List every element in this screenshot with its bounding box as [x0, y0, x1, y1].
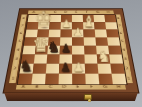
- square-h6[interactable]: [106, 30, 119, 38]
- square-g7[interactable]: [94, 22, 106, 29]
- square-h2[interactable]: [110, 64, 124, 74]
- square-h5[interactable]: [107, 37, 120, 45]
- board-front-edge: [3, 93, 139, 101]
- square-d7[interactable]: ♟: [61, 22, 72, 29]
- square-f4[interactable]: [84, 46, 97, 55]
- coord-label-D: D: [60, 11, 71, 14]
- square-c1[interactable]: [45, 74, 59, 85]
- square-g5[interactable]: [95, 37, 108, 45]
- square-f6[interactable]: [83, 30, 95, 38]
- square-e2[interactable]: ♟: [72, 64, 85, 74]
- white-pawn-e2[interactable]: ♟: [73, 62, 84, 74]
- square-f7[interactable]: ♝: [83, 22, 95, 29]
- chess-board: ABCDEFGH ABCDEFGH 87654321 87654321 ♚♟♝♟…: [2, 8, 139, 93]
- square-b1[interactable]: [31, 74, 45, 85]
- board-grid: ♚♟♝♟♛♞♟♞♞♟♟: [17, 15, 128, 86]
- white-pawn-e6[interactable]: ♟: [73, 27, 83, 38]
- black-knight-a2[interactable]: ♞: [19, 58, 33, 73]
- clasp-knob-icon: [88, 99, 91, 102]
- square-h7[interactable]: [105, 22, 117, 29]
- square-f1[interactable]: [85, 74, 99, 85]
- square-b3[interactable]: [34, 54, 47, 63]
- square-d4[interactable]: ♟: [60, 46, 72, 55]
- coord-label-E: E: [71, 11, 82, 14]
- square-d6[interactable]: [60, 30, 72, 38]
- square-a2[interactable]: ♞: [20, 64, 34, 74]
- square-e1[interactable]: [72, 74, 86, 85]
- square-h3[interactable]: [109, 54, 123, 63]
- brass-clasp-icon[interactable]: [84, 94, 92, 100]
- square-b7[interactable]: ♚: [38, 22, 50, 29]
- square-f5[interactable]: [84, 37, 96, 45]
- square-d2[interactable]: ♟: [59, 64, 72, 74]
- square-e6[interactable]: ♟: [72, 30, 84, 38]
- square-e5[interactable]: [72, 37, 84, 45]
- square-e4[interactable]: [72, 46, 84, 55]
- square-c6[interactable]: [49, 30, 61, 38]
- board-perspective-wrapper: ABCDEFGH ABCDEFGH 87654321 87654321 ♚♟♝♟…: [2, 8, 139, 93]
- black-pawn-d2[interactable]: ♟: [60, 62, 71, 74]
- square-h1[interactable]: [112, 74, 127, 85]
- photo-background: ABCDEFGH ABCDEFGH 87654321 87654321 ♚♟♝♟…: [0, 0, 142, 107]
- square-g3[interactable]: ♞: [97, 54, 111, 63]
- square-f3[interactable]: [84, 54, 97, 63]
- square-b2[interactable]: [33, 64, 47, 74]
- white-knight-g3[interactable]: ♞: [97, 49, 110, 64]
- black-pawn-d4[interactable]: ♟: [61, 43, 71, 54]
- square-d1[interactable]: [59, 74, 73, 85]
- square-g6[interactable]: [95, 30, 107, 38]
- square-f2[interactable]: [85, 64, 99, 74]
- white-king-b7[interactable]: ♚: [35, 10, 53, 30]
- square-g1[interactable]: [98, 74, 112, 85]
- white-bishop-f7[interactable]: ♝: [82, 14, 96, 29]
- white-pawn-d7[interactable]: ♟: [62, 19, 71, 29]
- square-g2[interactable]: [98, 64, 112, 74]
- square-a1[interactable]: [18, 74, 33, 85]
- square-h8[interactable]: [104, 15, 116, 22]
- square-c4[interactable]: ♞: [47, 46, 60, 55]
- square-c3[interactable]: [47, 54, 60, 63]
- square-c2[interactable]: [46, 64, 60, 74]
- black-knight-c4[interactable]: ♞: [47, 40, 60, 54]
- coord-label-H: H: [103, 11, 114, 14]
